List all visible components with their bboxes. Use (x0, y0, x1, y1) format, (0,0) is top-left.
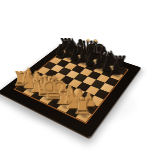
product-photo-stage: ♜♞♝♛♚♝♞♜♟♟♟♟♟♟♟♟♟♟♟♟♟♟♟♟♜♞♝♛♚♝♞♜ (0, 0, 150, 150)
white-rook[interactable]: ♜ (66, 95, 100, 118)
playfield: ♜♞♝♛♚♝♞♜♟♟♟♟♟♟♟♟♟♟♟♟♟♟♟♟♜♞♝♛♚♝♞♜ (14, 48, 129, 124)
cell-h1: ♜ (76, 110, 93, 123)
chess-board: ♜♞♝♛♚♝♞♜♟♟♟♟♟♟♟♟♟♟♟♟♟♟♟♟♜♞♝♛♚♝♞♜ (0, 42, 141, 138)
black-pawn[interactable]: ♟ (102, 62, 130, 78)
scene: ♜♞♝♛♚♝♞♜♟♟♟♟♟♟♟♟♟♟♟♟♟♟♟♟♜♞♝♛♚♝♞♜ (0, 0, 150, 150)
